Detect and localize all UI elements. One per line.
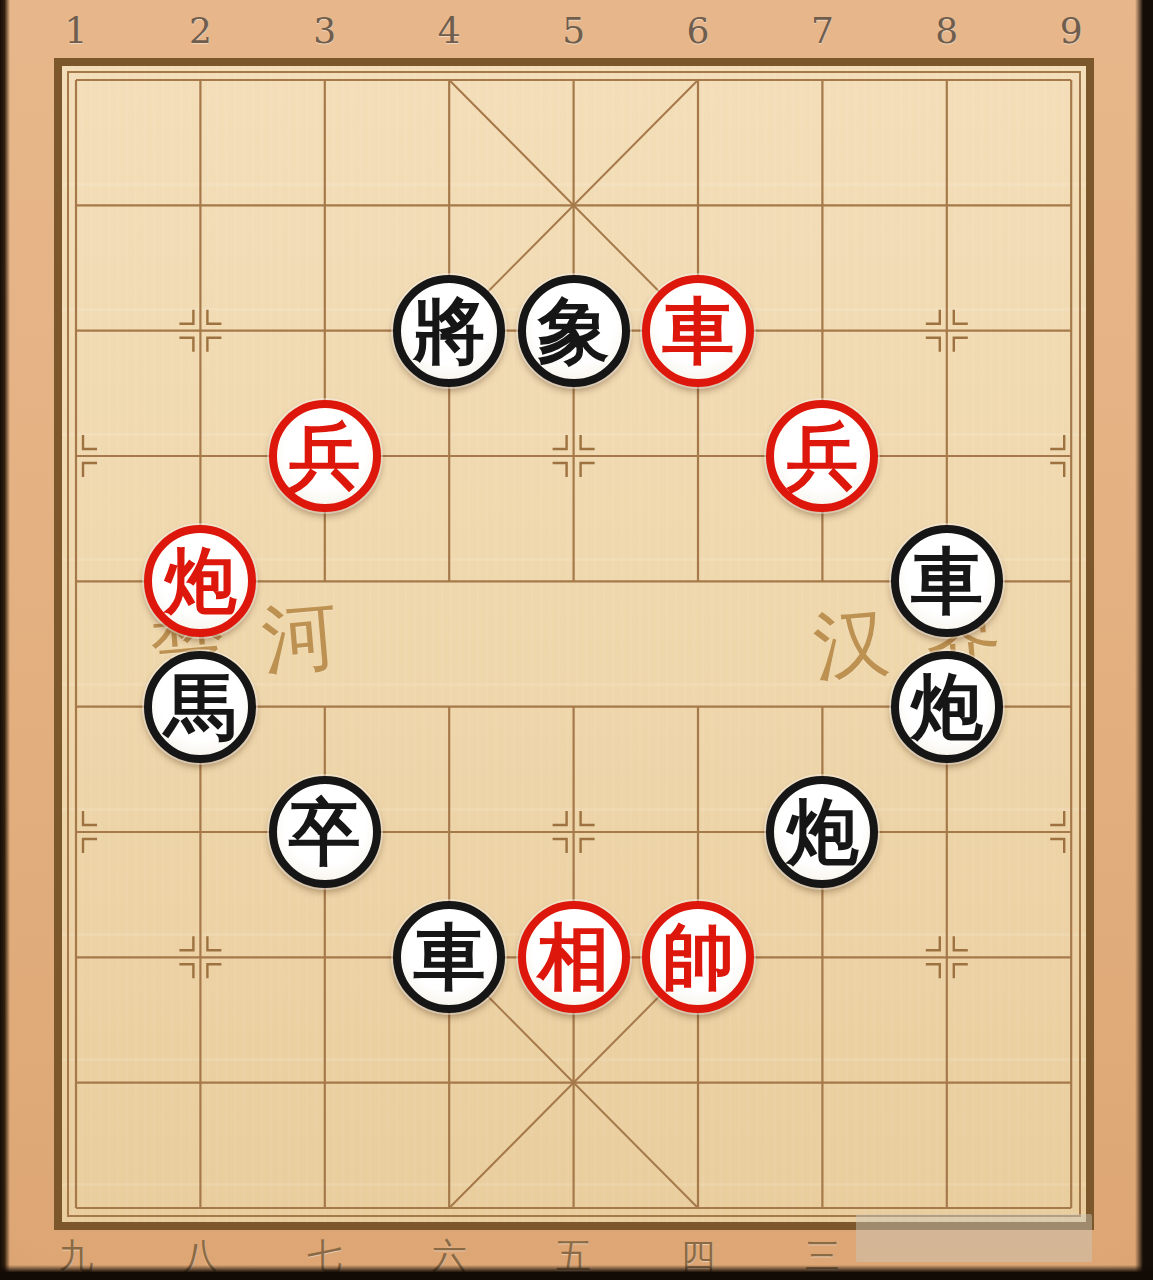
- piece-black-elephant[interactable]: 象: [518, 275, 630, 387]
- piece-black-general[interactable]: 將: [393, 275, 505, 387]
- piece-red-cannon[interactable]: 炮: [144, 525, 256, 637]
- piece-black-cannon-b[interactable]: 炮: [766, 776, 878, 888]
- piece-black-soldier[interactable]: 卒: [269, 776, 381, 888]
- piece-red-soldier-a[interactable]: 兵: [269, 400, 381, 512]
- piece-black-horse[interactable]: 馬: [144, 651, 256, 763]
- piece-black-cannon-a[interactable]: 炮: [891, 651, 1003, 763]
- piece-black-chariot-a[interactable]: 車: [891, 525, 1003, 637]
- piece-red-general[interactable]: 帥: [642, 901, 754, 1013]
- xiangqi-app-screen: 楚河 汉界 123456789 九八七六五四三 將象車兵兵炮車馬炮卒炮車相帥: [0, 0, 1153, 1280]
- piece-red-elephant[interactable]: 相: [518, 901, 630, 1013]
- blur-patch: [856, 1214, 1092, 1262]
- piece-red-soldier-b[interactable]: 兵: [766, 400, 878, 512]
- piece-black-chariot-b[interactable]: 車: [393, 901, 505, 1013]
- piece-red-chariot[interactable]: 車: [642, 275, 754, 387]
